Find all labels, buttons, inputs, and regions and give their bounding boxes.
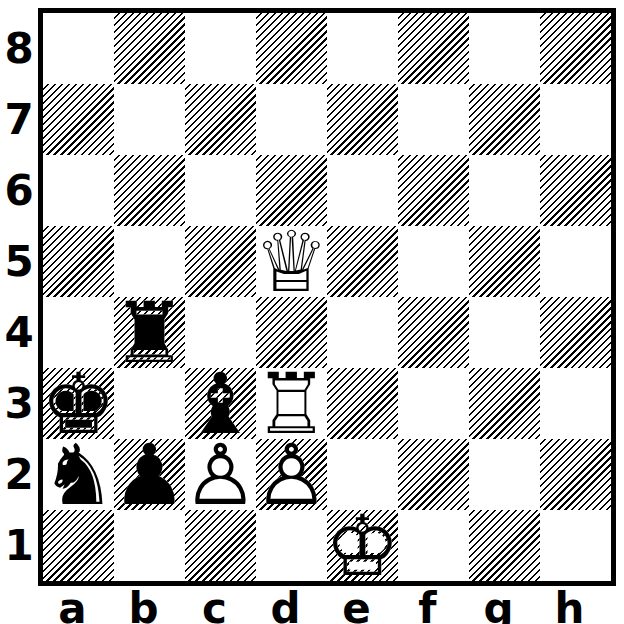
square-h7[interactable]: [540, 84, 611, 155]
rank-label-4: 4: [0, 297, 38, 368]
square-e8[interactable]: [327, 13, 398, 84]
square-h5[interactable]: [540, 226, 611, 297]
square-f8[interactable]: [398, 13, 469, 84]
square-c6[interactable]: [185, 155, 256, 226]
square-a1[interactable]: [43, 510, 114, 581]
square-f7[interactable]: [398, 84, 469, 155]
square-h3[interactable]: [540, 368, 611, 439]
rank-label-6: 6: [0, 155, 38, 226]
square-b7[interactable]: [114, 84, 185, 155]
file-label-b: b: [108, 584, 179, 624]
square-e7[interactable]: [327, 84, 398, 155]
white-king-icon: ♔: [325, 510, 400, 581]
square-a8[interactable]: [43, 13, 114, 84]
square-f3[interactable]: [398, 368, 469, 439]
square-a5[interactable]: [43, 226, 114, 297]
white-queen-icon: ♕: [254, 226, 329, 297]
file-label-h: h: [534, 584, 605, 624]
square-d8[interactable]: [256, 13, 327, 84]
black-knight-icon: ♞: [41, 439, 116, 510]
square-h1[interactable]: [540, 510, 611, 581]
square-d2[interactable]: ♟♙: [256, 439, 327, 510]
square-g8[interactable]: [469, 13, 540, 84]
file-label-d: d: [250, 584, 321, 624]
piece-white-pawn[interactable]: ♟♙: [185, 439, 256, 510]
square-c8[interactable]: [185, 13, 256, 84]
chess-board: ♛♕♜♜♚♚♝♝♜♖♞♞♟♟♟♙♟♙♚♔: [38, 8, 616, 586]
square-a2[interactable]: ♞♞: [43, 439, 114, 510]
square-g1[interactable]: [469, 510, 540, 581]
square-b2[interactable]: ♟♟: [114, 439, 185, 510]
square-g3[interactable]: [469, 368, 540, 439]
square-a6[interactable]: [43, 155, 114, 226]
square-f4[interactable]: [398, 297, 469, 368]
square-e1[interactable]: ♚♔: [327, 510, 398, 581]
square-c7[interactable]: [185, 84, 256, 155]
black-rook-icon: ♜: [112, 297, 187, 368]
rank-label-7: 7: [0, 84, 38, 155]
piece-white-pawn[interactable]: ♟♙: [256, 439, 327, 510]
square-f6[interactable]: [398, 155, 469, 226]
file-label-a: a: [37, 584, 108, 624]
square-d7[interactable]: [256, 84, 327, 155]
square-g6[interactable]: [469, 155, 540, 226]
chess-diagram-page: 87654321 ♛♕♜♜♚♚♝♝♜♖♞♞♟♟♟♙♟♙♚♔ abcdefgh: [0, 0, 624, 624]
square-g7[interactable]: [469, 84, 540, 155]
square-g4[interactable]: [469, 297, 540, 368]
rank-label-2: 2: [0, 439, 38, 510]
square-b6[interactable]: [114, 155, 185, 226]
square-a7[interactable]: [43, 84, 114, 155]
square-c5[interactable]: [185, 226, 256, 297]
white-pawn-icon: ♙: [183, 439, 258, 510]
square-c1[interactable]: [185, 510, 256, 581]
rank-label-1: 1: [0, 510, 38, 581]
square-d1[interactable]: [256, 510, 327, 581]
square-e6[interactable]: [327, 155, 398, 226]
file-labels: abcdefgh: [43, 584, 611, 624]
square-e4[interactable]: [327, 297, 398, 368]
rank-label-5: 5: [0, 226, 38, 297]
rank-labels: 87654321: [0, 13, 38, 581]
piece-white-king[interactable]: ♚♔: [327, 510, 398, 581]
file-label-f: f: [392, 584, 463, 624]
file-label-e: e: [321, 584, 392, 624]
white-pawn-icon: ♙: [254, 439, 329, 510]
file-label-g: g: [463, 584, 534, 624]
square-b4[interactable]: ♜♜: [114, 297, 185, 368]
square-b8[interactable]: [114, 13, 185, 84]
square-c2[interactable]: ♟♙: [185, 439, 256, 510]
rank-label-8: 8: [0, 13, 38, 84]
square-g5[interactable]: [469, 226, 540, 297]
piece-white-queen[interactable]: ♛♕: [256, 226, 327, 297]
square-f5[interactable]: [398, 226, 469, 297]
piece-black-rook[interactable]: ♜♜: [114, 297, 185, 368]
square-g2[interactable]: [469, 439, 540, 510]
square-f2[interactable]: [398, 439, 469, 510]
square-e3[interactable]: [327, 368, 398, 439]
piece-black-knight[interactable]: ♞♞: [43, 439, 114, 510]
square-b1[interactable]: [114, 510, 185, 581]
piece-black-pawn[interactable]: ♟♟: [114, 439, 185, 510]
square-h6[interactable]: [540, 155, 611, 226]
square-e5[interactable]: [327, 226, 398, 297]
square-h2[interactable]: [540, 439, 611, 510]
file-label-c: c: [179, 584, 250, 624]
square-h8[interactable]: [540, 13, 611, 84]
square-h4[interactable]: [540, 297, 611, 368]
black-pawn-icon: ♟: [112, 439, 187, 510]
rank-label-3: 3: [0, 368, 38, 439]
square-d5[interactable]: ♛♕: [256, 226, 327, 297]
square-f1[interactable]: [398, 510, 469, 581]
